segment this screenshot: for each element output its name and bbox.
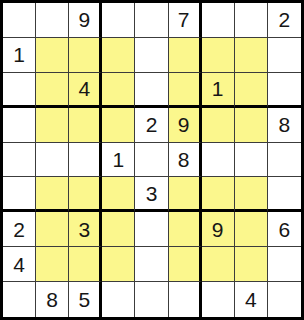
- sudoku-cell-r4c5-given: 2: [135, 108, 168, 143]
- sudoku-cell-r5c1-empty[interactable]: [3, 143, 36, 178]
- sudoku-cell-r1c3-given: 9: [69, 3, 102, 38]
- sudoku-cell-r7c2-empty[interactable]: [36, 212, 69, 247]
- sudoku-app: 97214129818323964854: [0, 0, 304, 320]
- sudoku-cell-r9c6-empty[interactable]: [169, 282, 202, 317]
- sudoku-cell-r5c5-empty[interactable]: [135, 143, 168, 178]
- sudoku-cell-r8c7-empty[interactable]: [202, 247, 235, 282]
- sudoku-cell-r5c6-given: 8: [169, 143, 202, 178]
- sudoku-cell-r2c1-given: 1: [3, 38, 36, 73]
- sudoku-cell-r9c3-given: 5: [69, 282, 102, 317]
- sudoku-cell-r6c5-given: 3: [135, 177, 168, 212]
- sudoku-cell-r8c9-empty[interactable]: [268, 247, 301, 282]
- sudoku-cell-r6c6-empty[interactable]: [169, 177, 202, 212]
- sudoku-cell-r7c7-given: 9: [202, 212, 235, 247]
- sudoku-cell-r1c4-empty[interactable]: [102, 3, 135, 38]
- sudoku-cell-r7c5-empty[interactable]: [135, 212, 168, 247]
- sudoku-cell-r1c7-empty[interactable]: [202, 3, 235, 38]
- sudoku-cell-r2c3-empty[interactable]: [69, 38, 102, 73]
- sudoku-cell-r1c2-empty[interactable]: [36, 3, 69, 38]
- sudoku-cell-r3c5-empty[interactable]: [135, 73, 168, 108]
- sudoku-cell-r7c4-empty[interactable]: [102, 212, 135, 247]
- sudoku-cell-r2c2-empty[interactable]: [36, 38, 69, 73]
- sudoku-cell-r1c1-empty[interactable]: [3, 3, 36, 38]
- sudoku-cell-r9c7-empty[interactable]: [202, 282, 235, 317]
- sudoku-cell-r3c7-given: 1: [202, 73, 235, 108]
- sudoku-cell-r3c3-given: 4: [69, 73, 102, 108]
- sudoku-cell-r3c2-empty[interactable]: [36, 73, 69, 108]
- sudoku-cell-r4c1-empty[interactable]: [3, 108, 36, 143]
- sudoku-cell-r9c4-empty[interactable]: [102, 282, 135, 317]
- sudoku-cell-r6c2-empty[interactable]: [36, 177, 69, 212]
- sudoku-cell-r2c6-empty[interactable]: [169, 38, 202, 73]
- sudoku-cell-r8c2-empty[interactable]: [36, 247, 69, 282]
- sudoku-cell-r4c8-empty[interactable]: [235, 108, 268, 143]
- sudoku-cell-r9c1-empty[interactable]: [3, 282, 36, 317]
- sudoku-cell-r3c8-empty[interactable]: [235, 73, 268, 108]
- sudoku-cell-r2c4-empty[interactable]: [102, 38, 135, 73]
- sudoku-cell-r6c9-empty[interactable]: [268, 177, 301, 212]
- sudoku-cell-r6c4-empty[interactable]: [102, 177, 135, 212]
- sudoku-cell-r3c4-empty[interactable]: [102, 73, 135, 108]
- sudoku-cell-r8c5-empty[interactable]: [135, 247, 168, 282]
- sudoku-cell-r6c1-empty[interactable]: [3, 177, 36, 212]
- sudoku-board: 97214129818323964854: [0, 0, 304, 320]
- sudoku-cell-r9c2-given: 8: [36, 282, 69, 317]
- sudoku-cell-r7c9-given: 6: [268, 212, 301, 247]
- sudoku-cell-r2c9-empty[interactable]: [268, 38, 301, 73]
- sudoku-cell-r4c7-empty[interactable]: [202, 108, 235, 143]
- sudoku-cell-r8c8-empty[interactable]: [235, 247, 268, 282]
- sudoku-cell-r1c5-empty[interactable]: [135, 3, 168, 38]
- sudoku-cell-r5c4-given: 1: [102, 143, 135, 178]
- sudoku-cell-r5c3-empty[interactable]: [69, 143, 102, 178]
- sudoku-cell-r9c9-empty[interactable]: [268, 282, 301, 317]
- sudoku-cell-r8c1-given: 4: [3, 247, 36, 282]
- sudoku-cell-r4c4-empty[interactable]: [102, 108, 135, 143]
- sudoku-cell-r1c8-empty[interactable]: [235, 3, 268, 38]
- sudoku-cell-r7c1-given: 2: [3, 212, 36, 247]
- sudoku-cell-r9c8-given: 4: [235, 282, 268, 317]
- sudoku-cell-r8c4-empty[interactable]: [102, 247, 135, 282]
- sudoku-cell-r3c6-empty[interactable]: [169, 73, 202, 108]
- sudoku-cell-r8c3-empty[interactable]: [69, 247, 102, 282]
- sudoku-cell-r1c9-given: 2: [268, 3, 301, 38]
- sudoku-cell-r6c8-empty[interactable]: [235, 177, 268, 212]
- sudoku-cell-r4c9-given: 8: [268, 108, 301, 143]
- sudoku-cell-r7c8-empty[interactable]: [235, 212, 268, 247]
- sudoku-cell-r9c5-empty[interactable]: [135, 282, 168, 317]
- sudoku-cell-r2c8-empty[interactable]: [235, 38, 268, 73]
- sudoku-cell-r4c2-empty[interactable]: [36, 108, 69, 143]
- sudoku-cell-r8c6-empty[interactable]: [169, 247, 202, 282]
- sudoku-cell-r7c3-given: 3: [69, 212, 102, 247]
- sudoku-cell-r5c7-empty[interactable]: [202, 143, 235, 178]
- sudoku-cell-r7c6-empty[interactable]: [169, 212, 202, 247]
- sudoku-cell-r5c8-empty[interactable]: [235, 143, 268, 178]
- sudoku-cell-r3c1-empty[interactable]: [3, 73, 36, 108]
- sudoku-cell-r3c9-empty[interactable]: [268, 73, 301, 108]
- sudoku-cell-r1c6-given: 7: [169, 3, 202, 38]
- sudoku-cell-r4c6-given: 9: [169, 108, 202, 143]
- sudoku-cell-r2c7-empty[interactable]: [202, 38, 235, 73]
- sudoku-cell-r2c5-empty[interactable]: [135, 38, 168, 73]
- sudoku-cell-r6c7-empty[interactable]: [202, 177, 235, 212]
- sudoku-cell-r6c3-empty[interactable]: [69, 177, 102, 212]
- sudoku-cell-r5c2-empty[interactable]: [36, 143, 69, 178]
- sudoku-cell-r4c3-empty[interactable]: [69, 108, 102, 143]
- sudoku-cell-r5c9-empty[interactable]: [268, 143, 301, 178]
